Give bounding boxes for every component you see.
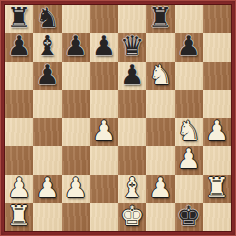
square-f5[interactable] xyxy=(146,90,174,118)
black-bishop: ♝ xyxy=(35,33,59,60)
square-f8[interactable]: ♜ xyxy=(146,5,174,33)
square-e5[interactable] xyxy=(118,90,146,118)
square-a2[interactable]: ♟ xyxy=(5,175,33,203)
square-g3[interactable]: ♟ xyxy=(175,146,203,174)
black-king: ♚ xyxy=(177,203,201,230)
black-queen: ♛ xyxy=(120,33,144,60)
chess-board-frame: ♜♞♜♟♝♟♟♛♟♟♟♞♟♞♟♟♟♟♟♝♟♜♜♚♚ xyxy=(0,0,236,236)
square-d5[interactable] xyxy=(90,90,118,118)
square-e7[interactable]: ♛ xyxy=(118,33,146,61)
square-f7[interactable] xyxy=(146,33,174,61)
black-pawn: ♟ xyxy=(120,62,144,89)
square-a5[interactable] xyxy=(5,90,33,118)
square-e1[interactable]: ♚ xyxy=(118,203,146,231)
white-pawn: ♟ xyxy=(205,118,229,145)
black-rook: ♜ xyxy=(148,5,172,32)
square-c7[interactable]: ♟ xyxy=(62,33,90,61)
white-pawn: ♟ xyxy=(148,175,172,202)
square-a3[interactable] xyxy=(5,146,33,174)
square-b6[interactable]: ♟ xyxy=(33,62,61,90)
square-d1[interactable] xyxy=(90,203,118,231)
square-b2[interactable]: ♟ xyxy=(33,175,61,203)
square-f2[interactable]: ♟ xyxy=(146,175,174,203)
black-pawn: ♟ xyxy=(177,33,201,60)
square-a1[interactable]: ♜ xyxy=(5,203,33,231)
black-knight: ♞ xyxy=(35,5,59,32)
white-pawn: ♟ xyxy=(64,175,88,202)
square-e6[interactable]: ♟ xyxy=(118,62,146,90)
square-b5[interactable] xyxy=(33,90,61,118)
white-king: ♚ xyxy=(120,203,144,230)
square-c3[interactable] xyxy=(62,146,90,174)
square-g2[interactable] xyxy=(175,175,203,203)
square-h8[interactable] xyxy=(203,5,231,33)
square-f4[interactable] xyxy=(146,118,174,146)
square-g8[interactable] xyxy=(175,5,203,33)
square-h1[interactable] xyxy=(203,203,231,231)
white-knight: ♞ xyxy=(148,62,172,89)
square-g6[interactable] xyxy=(175,62,203,90)
square-d2[interactable] xyxy=(90,175,118,203)
square-c5[interactable] xyxy=(62,90,90,118)
square-d7[interactable]: ♟ xyxy=(90,33,118,61)
square-c6[interactable] xyxy=(62,62,90,90)
black-pawn: ♟ xyxy=(92,33,116,60)
square-h6[interactable] xyxy=(203,62,231,90)
square-d6[interactable] xyxy=(90,62,118,90)
square-a4[interactable] xyxy=(5,118,33,146)
square-h2[interactable]: ♜ xyxy=(203,175,231,203)
white-rook: ♜ xyxy=(7,203,31,230)
square-b1[interactable] xyxy=(33,203,61,231)
white-pawn: ♟ xyxy=(92,118,116,145)
white-knight: ♞ xyxy=(177,118,201,145)
square-e4[interactable] xyxy=(118,118,146,146)
black-pawn: ♟ xyxy=(7,33,31,60)
square-d8[interactable] xyxy=(90,5,118,33)
black-rook: ♜ xyxy=(7,5,31,32)
square-h4[interactable]: ♟ xyxy=(203,118,231,146)
white-pawn: ♟ xyxy=(7,175,31,202)
white-bishop: ♝ xyxy=(120,175,144,202)
square-h3[interactable] xyxy=(203,146,231,174)
chess-board: ♜♞♜♟♝♟♟♛♟♟♟♞♟♞♟♟♟♟♟♝♟♜♜♚♚ xyxy=(5,5,231,231)
square-f3[interactable] xyxy=(146,146,174,174)
square-c2[interactable]: ♟ xyxy=(62,175,90,203)
square-g7[interactable]: ♟ xyxy=(175,33,203,61)
square-b7[interactable]: ♝ xyxy=(33,33,61,61)
square-e3[interactable] xyxy=(118,146,146,174)
square-c8[interactable] xyxy=(62,5,90,33)
square-f6[interactable]: ♞ xyxy=(146,62,174,90)
square-a7[interactable]: ♟ xyxy=(5,33,33,61)
square-a8[interactable]: ♜ xyxy=(5,5,33,33)
black-pawn: ♟ xyxy=(35,62,59,89)
white-rook: ♜ xyxy=(205,175,229,202)
square-d4[interactable]: ♟ xyxy=(90,118,118,146)
square-b4[interactable] xyxy=(33,118,61,146)
square-h5[interactable] xyxy=(203,90,231,118)
square-d3[interactable] xyxy=(90,146,118,174)
square-b3[interactable] xyxy=(33,146,61,174)
square-f1[interactable] xyxy=(146,203,174,231)
square-c4[interactable] xyxy=(62,118,90,146)
square-b8[interactable]: ♞ xyxy=(33,5,61,33)
square-c1[interactable] xyxy=(62,203,90,231)
square-e8[interactable] xyxy=(118,5,146,33)
square-a6[interactable] xyxy=(5,62,33,90)
square-g1[interactable]: ♚ xyxy=(175,203,203,231)
square-g4[interactable]: ♞ xyxy=(175,118,203,146)
square-g5[interactable] xyxy=(175,90,203,118)
white-pawn: ♟ xyxy=(35,175,59,202)
square-e2[interactable]: ♝ xyxy=(118,175,146,203)
white-pawn: ♟ xyxy=(177,146,201,173)
square-h7[interactable] xyxy=(203,33,231,61)
black-pawn: ♟ xyxy=(64,33,88,60)
